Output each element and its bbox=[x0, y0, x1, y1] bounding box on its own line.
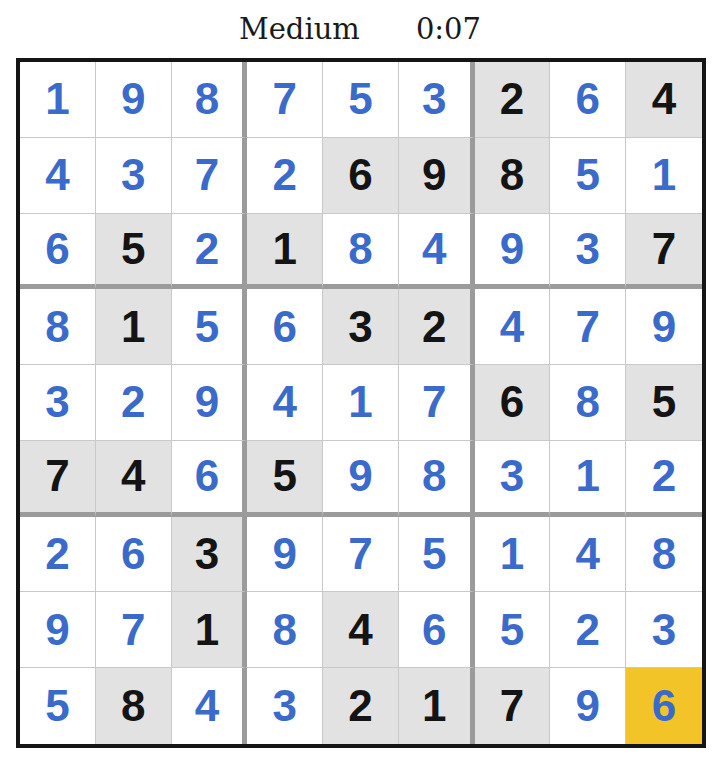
sudoku-cell[interactable]: 9 bbox=[247, 517, 323, 593]
sudoku-cell[interactable]: 4 bbox=[550, 517, 626, 593]
sudoku-cell[interactable]: 3 bbox=[550, 214, 626, 290]
sudoku-cell[interactable]: 2 bbox=[20, 517, 96, 593]
sudoku-cell[interactable]: 6 bbox=[475, 365, 551, 441]
sudoku-cell[interactable]: 8 bbox=[626, 517, 702, 593]
sudoku-cell[interactable]: 7 bbox=[399, 365, 475, 441]
sudoku-cell[interactable]: 9 bbox=[172, 365, 248, 441]
sudoku-cell[interactable]: 5 bbox=[550, 138, 626, 214]
sudoku-cell[interactable]: 5 bbox=[323, 62, 399, 138]
sudoku-cell[interactable]: 7 bbox=[550, 289, 626, 365]
sudoku-cell[interactable]: 7 bbox=[626, 214, 702, 290]
sudoku-cell[interactable]: 3 bbox=[475, 441, 551, 517]
sudoku-cell[interactable]: 4 bbox=[96, 441, 172, 517]
sudoku-cell[interactable]: 7 bbox=[172, 138, 248, 214]
sudoku-cell[interactable]: 4 bbox=[475, 289, 551, 365]
sudoku-cell[interactable]: 2 bbox=[626, 441, 702, 517]
sudoku-cell[interactable]: 9 bbox=[550, 668, 626, 744]
sudoku-cell[interactable]: 1 bbox=[475, 517, 551, 593]
sudoku-cell[interactable]: 8 bbox=[323, 214, 399, 290]
sudoku-cell[interactable]: 7 bbox=[323, 517, 399, 593]
sudoku-cell[interactable]: 9 bbox=[626, 289, 702, 365]
sudoku-cell[interactable]: 5 bbox=[475, 592, 551, 668]
sudoku-cell[interactable]: 3 bbox=[399, 62, 475, 138]
puzzle-header: Medium 0:07 bbox=[0, 0, 720, 58]
sudoku-cell[interactable]: 2 bbox=[550, 592, 626, 668]
sudoku-cell[interactable]: 7 bbox=[475, 668, 551, 744]
sudoku-cell[interactable]: 4 bbox=[399, 214, 475, 290]
sudoku-cell[interactable]: 8 bbox=[96, 668, 172, 744]
sudoku-cell[interactable]: 9 bbox=[399, 138, 475, 214]
sudoku-cell[interactable]: 4 bbox=[323, 592, 399, 668]
sudoku-cell[interactable]: 7 bbox=[247, 62, 323, 138]
sudoku-cell[interactable]: 1 bbox=[96, 289, 172, 365]
sudoku-cell[interactable]: 1 bbox=[247, 214, 323, 290]
sudoku-cell[interactable]: 1 bbox=[550, 441, 626, 517]
sudoku-cell[interactable]: 1 bbox=[172, 592, 248, 668]
sudoku-cell[interactable]: 2 bbox=[172, 214, 248, 290]
sudoku-cell[interactable]: 8 bbox=[247, 592, 323, 668]
sudoku-cell[interactable]: 6 bbox=[96, 517, 172, 593]
sudoku-cell[interactable]: 8 bbox=[550, 365, 626, 441]
sudoku-cell[interactable]: 5 bbox=[172, 289, 248, 365]
sudoku-cell[interactable]: 3 bbox=[247, 668, 323, 744]
sudoku-cell[interactable]: 4 bbox=[20, 138, 96, 214]
sudoku-cell[interactable]: 6 bbox=[172, 441, 248, 517]
sudoku-cell[interactable]: 6 bbox=[323, 138, 399, 214]
sudoku-cell[interactable]: 9 bbox=[96, 62, 172, 138]
sudoku-cell[interactable]: 8 bbox=[475, 138, 551, 214]
sudoku-cell[interactable]: 8 bbox=[20, 289, 96, 365]
sudoku-cell[interactable]: 8 bbox=[399, 441, 475, 517]
sudoku-cell[interactable]: 3 bbox=[20, 365, 96, 441]
sudoku-cell[interactable]: 5 bbox=[626, 365, 702, 441]
sudoku-cell[interactable]: 1 bbox=[323, 365, 399, 441]
sudoku-board: 1987532644372698516521849378156324793294… bbox=[16, 58, 706, 748]
sudoku-cell[interactable]: 7 bbox=[96, 592, 172, 668]
sudoku-cell[interactable]: 3 bbox=[626, 592, 702, 668]
sudoku-cell[interactable]: 2 bbox=[475, 62, 551, 138]
sudoku-cell[interactable]: 5 bbox=[20, 668, 96, 744]
sudoku-cell[interactable]: 2 bbox=[323, 668, 399, 744]
sudoku-cell[interactable]: 3 bbox=[96, 138, 172, 214]
sudoku-cell[interactable]: 9 bbox=[20, 592, 96, 668]
sudoku-cell[interactable]: 1 bbox=[399, 668, 475, 744]
sudoku-cell[interactable]: 6 bbox=[20, 214, 96, 290]
sudoku-cell[interactable]: 3 bbox=[323, 289, 399, 365]
sudoku-cell[interactable]: 6 bbox=[626, 668, 702, 744]
sudoku-cell[interactable]: 6 bbox=[399, 592, 475, 668]
sudoku-cell[interactable]: 4 bbox=[626, 62, 702, 138]
sudoku-cell[interactable]: 6 bbox=[247, 289, 323, 365]
sudoku-cell[interactable]: 2 bbox=[96, 365, 172, 441]
sudoku-cell[interactable]: 5 bbox=[247, 441, 323, 517]
sudoku-cell[interactable]: 4 bbox=[247, 365, 323, 441]
difficulty-label: Medium bbox=[239, 12, 360, 46]
sudoku-cell[interactable]: 1 bbox=[20, 62, 96, 138]
sudoku-cell[interactable]: 2 bbox=[399, 289, 475, 365]
sudoku-cell[interactable]: 9 bbox=[323, 441, 399, 517]
sudoku-cell[interactable]: 6 bbox=[550, 62, 626, 138]
sudoku-cell[interactable]: 2 bbox=[247, 138, 323, 214]
timer: 0:07 bbox=[416, 12, 481, 46]
sudoku-cell[interactable]: 5 bbox=[96, 214, 172, 290]
sudoku-cell[interactable]: 7 bbox=[20, 441, 96, 517]
sudoku-cell[interactable]: 9 bbox=[475, 214, 551, 290]
sudoku-cell[interactable]: 1 bbox=[626, 138, 702, 214]
sudoku-cell[interactable]: 4 bbox=[172, 668, 248, 744]
sudoku-cell[interactable]: 5 bbox=[399, 517, 475, 593]
sudoku-cell[interactable]: 8 bbox=[172, 62, 248, 138]
sudoku-cell[interactable]: 3 bbox=[172, 517, 248, 593]
